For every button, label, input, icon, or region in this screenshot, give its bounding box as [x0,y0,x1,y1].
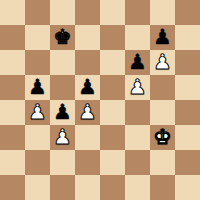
black-pawn[interactable]: ♟ [128,50,147,75]
square-a3[interactable] [0,125,25,150]
square-c6[interactable] [50,50,75,75]
square-h6[interactable] [175,50,200,75]
square-d1[interactable] [75,175,100,200]
square-h4[interactable] [175,100,200,125]
square-c5[interactable] [50,75,75,100]
square-b4[interactable]: ♟ [25,100,50,125]
square-g6[interactable]: ♟ [150,50,175,75]
square-c7[interactable]: ♚ [50,25,75,50]
square-d3[interactable] [75,125,100,150]
black-pawn[interactable]: ♟ [78,75,97,100]
square-f8[interactable] [125,0,150,25]
square-b5[interactable]: ♟ [25,75,50,100]
square-b2[interactable] [25,150,50,175]
square-g3[interactable]: ♚ [150,125,175,150]
square-e4[interactable] [100,100,125,125]
black-pawn[interactable]: ♟ [28,75,47,100]
square-d4[interactable]: ♟ [75,100,100,125]
square-f2[interactable] [125,150,150,175]
square-e6[interactable] [100,50,125,75]
black-pawn[interactable]: ♟ [53,100,72,125]
square-b7[interactable] [25,25,50,50]
square-c8[interactable] [50,0,75,25]
square-c2[interactable] [50,150,75,175]
square-h8[interactable] [175,0,200,25]
white-pawn[interactable]: ♟ [53,125,72,150]
black-pawn[interactable]: ♟ [153,25,172,50]
square-f7[interactable] [125,25,150,50]
square-g2[interactable] [150,150,175,175]
square-b3[interactable] [25,125,50,150]
square-e3[interactable] [100,125,125,150]
square-g1[interactable] [150,175,175,200]
square-g8[interactable] [150,0,175,25]
square-f3[interactable] [125,125,150,150]
white-king[interactable]: ♚ [153,125,172,150]
square-a6[interactable] [0,50,25,75]
square-a7[interactable] [0,25,25,50]
square-e5[interactable] [100,75,125,100]
chess-board: ♚♟♟♟♟♟♟♟♟♟♟♚ [0,0,200,200]
square-f5[interactable]: ♟ [125,75,150,100]
square-b1[interactable] [25,175,50,200]
white-pawn[interactable]: ♟ [128,75,147,100]
square-g7[interactable]: ♟ [150,25,175,50]
square-c4[interactable]: ♟ [50,100,75,125]
square-h1[interactable] [175,175,200,200]
square-d8[interactable] [75,0,100,25]
square-f4[interactable] [125,100,150,125]
white-pawn[interactable]: ♟ [78,100,97,125]
square-h3[interactable] [175,125,200,150]
square-h7[interactable] [175,25,200,50]
square-d7[interactable] [75,25,100,50]
square-b8[interactable] [25,0,50,25]
black-king[interactable]: ♚ [53,25,72,50]
white-pawn[interactable]: ♟ [153,50,172,75]
square-h2[interactable] [175,150,200,175]
square-a4[interactable] [0,100,25,125]
square-f6[interactable]: ♟ [125,50,150,75]
square-c1[interactable] [50,175,75,200]
square-a8[interactable] [0,0,25,25]
square-e8[interactable] [100,0,125,25]
square-d2[interactable] [75,150,100,175]
square-g4[interactable] [150,100,175,125]
square-d5[interactable]: ♟ [75,75,100,100]
square-a2[interactable] [0,150,25,175]
square-e1[interactable] [100,175,125,200]
square-g5[interactable] [150,75,175,100]
square-e7[interactable] [100,25,125,50]
square-e2[interactable] [100,150,125,175]
square-b6[interactable] [25,50,50,75]
white-pawn[interactable]: ♟ [28,100,47,125]
square-c3[interactable]: ♟ [50,125,75,150]
square-f1[interactable] [125,175,150,200]
square-a5[interactable] [0,75,25,100]
square-d6[interactable] [75,50,100,75]
square-h5[interactable] [175,75,200,100]
square-a1[interactable] [0,175,25,200]
